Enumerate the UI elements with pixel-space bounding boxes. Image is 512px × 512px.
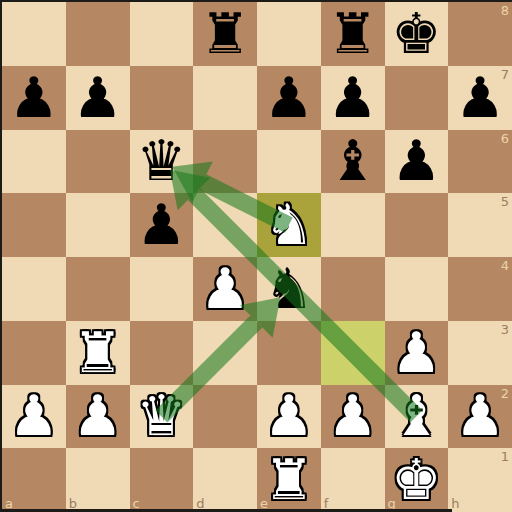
square-d3[interactable] bbox=[193, 321, 257, 385]
white-pawn-g3[interactable]: ♟ bbox=[385, 321, 449, 385]
square-e4[interactable]: ♞ bbox=[257, 257, 321, 321]
square-f4[interactable] bbox=[321, 257, 385, 321]
square-e6[interactable] bbox=[257, 130, 321, 194]
square-f6[interactable]: ♝ bbox=[321, 130, 385, 194]
square-c8[interactable] bbox=[130, 2, 194, 66]
square-e3[interactable] bbox=[257, 321, 321, 385]
square-f1[interactable] bbox=[321, 448, 385, 512]
square-h8[interactable] bbox=[448, 2, 512, 66]
square-h4[interactable] bbox=[448, 257, 512, 321]
square-d2[interactable] bbox=[193, 385, 257, 449]
square-h5[interactable] bbox=[448, 193, 512, 257]
black-queen-c6[interactable]: ♛ bbox=[130, 130, 194, 194]
square-c5[interactable]: ♟ bbox=[130, 193, 194, 257]
white-king-g1[interactable]: ♚ bbox=[385, 448, 449, 512]
square-a1[interactable] bbox=[2, 448, 66, 512]
square-e1[interactable]: ♜ bbox=[257, 448, 321, 512]
square-b1[interactable] bbox=[66, 448, 130, 512]
square-e2[interactable]: ♟ bbox=[257, 385, 321, 449]
square-h7[interactable]: ♟ bbox=[448, 66, 512, 130]
black-rook-d8[interactable]: ♜ bbox=[193, 2, 257, 66]
square-d1[interactable] bbox=[193, 448, 257, 512]
square-b4[interactable] bbox=[66, 257, 130, 321]
square-a2[interactable]: ♟ bbox=[2, 385, 66, 449]
black-pawn-g6[interactable]: ♟ bbox=[385, 130, 449, 194]
white-pawn-a2[interactable]: ♟ bbox=[2, 385, 66, 449]
black-bishop-f6[interactable]: ♝ bbox=[321, 130, 385, 194]
white-pawn-f2[interactable]: ♟ bbox=[321, 385, 385, 449]
square-e7[interactable]: ♟ bbox=[257, 66, 321, 130]
board-frame: ♜♜♚♟♟♟♟♟♛♝♟♟♞♟♞♜♟♟♟♛♟♟♝♟♜♚ 87654321abcde… bbox=[0, 0, 512, 512]
board: ♜♜♚♟♟♟♟♟♛♝♟♟♞♟♞♜♟♟♟♛♟♟♝♟♜♚ bbox=[2, 2, 512, 512]
square-d8[interactable]: ♜ bbox=[193, 2, 257, 66]
square-g2[interactable]: ♝ bbox=[385, 385, 449, 449]
square-b3[interactable]: ♜ bbox=[66, 321, 130, 385]
square-a6[interactable] bbox=[2, 130, 66, 194]
square-b8[interactable] bbox=[66, 2, 130, 66]
square-h1[interactable] bbox=[448, 448, 512, 512]
square-b2[interactable]: ♟ bbox=[66, 385, 130, 449]
black-pawn-e7[interactable]: ♟ bbox=[257, 66, 321, 130]
square-f5[interactable] bbox=[321, 193, 385, 257]
white-rook-e1[interactable]: ♜ bbox=[257, 448, 321, 512]
square-h3[interactable] bbox=[448, 321, 512, 385]
black-rook-f8[interactable]: ♜ bbox=[321, 2, 385, 66]
square-e8[interactable] bbox=[257, 2, 321, 66]
square-d6[interactable] bbox=[193, 130, 257, 194]
square-f7[interactable]: ♟ bbox=[321, 66, 385, 130]
square-d4[interactable]: ♟ bbox=[193, 257, 257, 321]
square-f2[interactable]: ♟ bbox=[321, 385, 385, 449]
square-b6[interactable] bbox=[66, 130, 130, 194]
black-king-g8[interactable]: ♚ bbox=[385, 2, 449, 66]
square-c1[interactable] bbox=[130, 448, 194, 512]
square-g4[interactable] bbox=[385, 257, 449, 321]
square-g7[interactable] bbox=[385, 66, 449, 130]
square-c6[interactable]: ♛ bbox=[130, 130, 194, 194]
square-c7[interactable] bbox=[130, 66, 194, 130]
square-h2[interactable]: ♟ bbox=[448, 385, 512, 449]
black-knight-e4[interactable]: ♞ bbox=[257, 257, 321, 321]
square-g8[interactable]: ♚ bbox=[385, 2, 449, 66]
square-f8[interactable]: ♜ bbox=[321, 2, 385, 66]
square-a4[interactable] bbox=[2, 257, 66, 321]
square-g1[interactable]: ♚ bbox=[385, 448, 449, 512]
square-c4[interactable] bbox=[130, 257, 194, 321]
white-pawn-e2[interactable]: ♟ bbox=[257, 385, 321, 449]
black-pawn-f7[interactable]: ♟ bbox=[321, 66, 385, 130]
square-a3[interactable] bbox=[2, 321, 66, 385]
square-f3[interactable] bbox=[321, 321, 385, 385]
square-h6[interactable] bbox=[448, 130, 512, 194]
square-a5[interactable] bbox=[2, 193, 66, 257]
white-pawn-b2[interactable]: ♟ bbox=[66, 385, 130, 449]
black-pawn-h7[interactable]: ♟ bbox=[448, 66, 512, 130]
white-knight-e5[interactable]: ♞ bbox=[257, 193, 321, 257]
square-a7[interactable]: ♟ bbox=[2, 66, 66, 130]
square-b5[interactable] bbox=[66, 193, 130, 257]
black-pawn-b7[interactable]: ♟ bbox=[66, 66, 130, 130]
white-rook-b3[interactable]: ♜ bbox=[66, 321, 130, 385]
white-queen-c2[interactable]: ♛ bbox=[130, 385, 194, 449]
square-d5[interactable] bbox=[193, 193, 257, 257]
white-pawn-h2[interactable]: ♟ bbox=[448, 385, 512, 449]
square-b7[interactable]: ♟ bbox=[66, 66, 130, 130]
white-bishop-g2[interactable]: ♝ bbox=[385, 385, 449, 449]
black-pawn-c5[interactable]: ♟ bbox=[130, 193, 194, 257]
black-pawn-a7[interactable]: ♟ bbox=[2, 66, 66, 130]
square-g6[interactable]: ♟ bbox=[385, 130, 449, 194]
square-d7[interactable] bbox=[193, 66, 257, 130]
square-g3[interactable]: ♟ bbox=[385, 321, 449, 385]
white-pawn-d4[interactable]: ♟ bbox=[193, 257, 257, 321]
square-e5[interactable]: ♞ bbox=[257, 193, 321, 257]
square-c3[interactable] bbox=[130, 321, 194, 385]
square-c2[interactable]: ♛ bbox=[130, 385, 194, 449]
square-g5[interactable] bbox=[385, 193, 449, 257]
square-a8[interactable] bbox=[2, 2, 66, 66]
